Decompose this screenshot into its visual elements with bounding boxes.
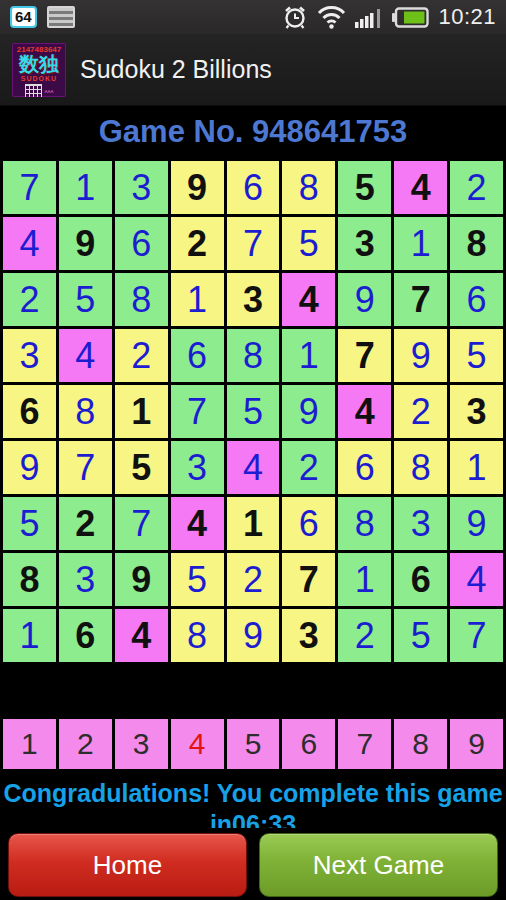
board-cell-r4c9[interactable]: 5: [450, 329, 503, 382]
app-icon-deco-text: ᴀᴀᴀ: [45, 88, 54, 94]
digit-key-3[interactable]: 3: [115, 719, 168, 769]
board-cell-r3c2[interactable]: 5: [59, 273, 112, 326]
wifi-icon: [317, 5, 346, 29]
board-cell-r8c8[interactable]: 6: [394, 553, 447, 606]
phone-screen: 64 10:21: [0, 0, 506, 900]
board-cell-r3c6[interactable]: 4: [282, 273, 335, 326]
board-cell-r3c8[interactable]: 7: [394, 273, 447, 326]
board-cell-r3c5[interactable]: 3: [227, 273, 280, 326]
board-cell-r1c1[interactable]: 7: [3, 161, 56, 214]
board-cell-r8c1[interactable]: 8: [3, 553, 56, 606]
board-cell-r2c4[interactable]: 2: [171, 217, 224, 270]
digit-selector-bar: 123456789: [0, 716, 506, 772]
board-cell-r4c7[interactable]: 7: [338, 329, 391, 382]
congrats-line1: Congradulations! You complete this game: [0, 778, 506, 809]
board-cell-r7c6[interactable]: 6: [282, 497, 335, 550]
board-cell-r4c5[interactable]: 8: [227, 329, 280, 382]
digit-key-9[interactable]: 9: [450, 719, 503, 769]
board-cell-r9c9[interactable]: 7: [450, 609, 503, 662]
board-cell-r8c5[interactable]: 2: [227, 553, 280, 606]
app-icon-minigrid-row: ᴀᴀᴀ: [25, 84, 54, 97]
home-button[interactable]: Home: [8, 833, 247, 897]
digit-key-6[interactable]: 6: [282, 719, 335, 769]
board-cell-r6c4[interactable]: 3: [171, 441, 224, 494]
board-cell-r3c3[interactable]: 8: [115, 273, 168, 326]
app-icon-kanji: 数独: [19, 54, 59, 75]
board-cell-r4c3[interactable]: 2: [115, 329, 168, 382]
app-bar: 2147483647 数独 SUDOKU ᴀᴀᴀ Sudoku 2 Billio…: [0, 34, 506, 106]
board-cell-r1c5[interactable]: 6: [227, 161, 280, 214]
board-cell-r1c9[interactable]: 2: [450, 161, 503, 214]
board-cell-r1c2[interactable]: 1: [59, 161, 112, 214]
board-cell-r5c3[interactable]: 1: [115, 385, 168, 438]
board-cell-r8c3[interactable]: 9: [115, 553, 168, 606]
board-cell-r6c5[interactable]: 4: [227, 441, 280, 494]
board-cell-r5c7[interactable]: 4: [338, 385, 391, 438]
board-cell-r1c8[interactable]: 4: [394, 161, 447, 214]
board-cell-r2c3[interactable]: 6: [115, 217, 168, 270]
board-cell-r6c3[interactable]: 5: [115, 441, 168, 494]
signal-strength-icon: [355, 5, 383, 29]
board-cell-r5c9[interactable]: 3: [450, 385, 503, 438]
board-cell-r2c9[interactable]: 8: [450, 217, 503, 270]
digit-key-1[interactable]: 1: [3, 719, 56, 769]
board-cell-r1c6[interactable]: 8: [282, 161, 335, 214]
digit-key-5[interactable]: 5: [227, 719, 280, 769]
battery-icon: [392, 7, 429, 28]
board-cell-r8c2[interactable]: 3: [59, 553, 112, 606]
board-cell-r7c8[interactable]: 3: [394, 497, 447, 550]
board-cell-r9c6[interactable]: 3: [282, 609, 335, 662]
board-cell-r6c9[interactable]: 1: [450, 441, 503, 494]
board-cell-r5c6[interactable]: 9: [282, 385, 335, 438]
board-cell-r2c8[interactable]: 1: [394, 217, 447, 270]
board-cell-r9c1[interactable]: 1: [3, 609, 56, 662]
digit-key-4[interactable]: 4: [171, 719, 224, 769]
board-cell-r9c3[interactable]: 4: [115, 609, 168, 662]
board-cell-r8c9[interactable]: 4: [450, 553, 503, 606]
board-cell-r5c4[interactable]: 7: [171, 385, 224, 438]
board-cell-r5c2[interactable]: 8: [59, 385, 112, 438]
board-cell-r6c6[interactable]: 2: [282, 441, 335, 494]
board-cell-r4c8[interactable]: 9: [394, 329, 447, 382]
digit-key-2[interactable]: 2: [59, 719, 112, 769]
board-cell-r3c1[interactable]: 2: [3, 273, 56, 326]
mini-sudoku-grid-icon: [25, 84, 42, 97]
board-cell-r8c4[interactable]: 5: [171, 553, 224, 606]
board-cell-r9c5[interactable]: 9: [227, 609, 280, 662]
app-icon-subtitle: SUDOKU: [21, 75, 57, 83]
board-cell-r5c5[interactable]: 5: [227, 385, 280, 438]
board-cell-r6c8[interactable]: 8: [394, 441, 447, 494]
board-cell-r7c2[interactable]: 2: [59, 497, 112, 550]
game-number-header: Game No. 948641753: [0, 106, 506, 158]
digit-key-7[interactable]: 7: [338, 719, 391, 769]
digit-key-8[interactable]: 8: [394, 719, 447, 769]
board-cell-r2c2[interactable]: 9: [59, 217, 112, 270]
board-cell-r9c2[interactable]: 6: [59, 609, 112, 662]
app-icon: 2147483647 数独 SUDOKU ᴀᴀᴀ: [12, 43, 66, 97]
sudoku-board: 7139685424962753182581349763426817956817…: [0, 158, 506, 665]
board-cell-r6c7[interactable]: 6: [338, 441, 391, 494]
board-cell-r2c1[interactable]: 4: [3, 217, 56, 270]
board-cell-r3c9[interactable]: 6: [450, 273, 503, 326]
board-cell-r7c9[interactable]: 9: [450, 497, 503, 550]
alarm-clock-icon: [282, 4, 308, 30]
board-cell-r9c8[interactable]: 5: [394, 609, 447, 662]
board-cell-r9c7[interactable]: 2: [338, 609, 391, 662]
board-cell-r6c2[interactable]: 7: [59, 441, 112, 494]
clock-time: 10:21: [438, 4, 496, 30]
board-cell-r2c6[interactable]: 5: [282, 217, 335, 270]
status-bar: 64 10:21: [0, 0, 506, 34]
board-cell-r4c1[interactable]: 3: [3, 329, 56, 382]
board-cell-r2c7[interactable]: 3: [338, 217, 391, 270]
board-cell-r8c6[interactable]: 7: [282, 553, 335, 606]
gallery-icon: [47, 6, 75, 28]
board-cell-r7c5[interactable]: 1: [227, 497, 280, 550]
board-cell-r8c7[interactable]: 1: [338, 553, 391, 606]
board-cell-r5c1[interactable]: 6: [3, 385, 56, 438]
board-cell-r9c4[interactable]: 8: [171, 609, 224, 662]
app-title: Sudoku 2 Billions: [80, 55, 272, 84]
board-cell-r1c7[interactable]: 5: [338, 161, 391, 214]
board-cell-r4c2[interactable]: 4: [59, 329, 112, 382]
board-cell-r2c5[interactable]: 7: [227, 217, 280, 270]
board-cell-r3c7[interactable]: 9: [338, 273, 391, 326]
board-cell-r7c3[interactable]: 7: [115, 497, 168, 550]
board-cell-r3c4[interactable]: 1: [171, 273, 224, 326]
board-cell-r5c8[interactable]: 2: [394, 385, 447, 438]
board-cell-r7c4[interactable]: 4: [171, 497, 224, 550]
next-game-button[interactable]: Next Game: [259, 833, 498, 897]
board-cell-r4c6[interactable]: 1: [282, 329, 335, 382]
board-cell-r7c7[interactable]: 8: [338, 497, 391, 550]
board-cell-r4c4[interactable]: 6: [171, 329, 224, 382]
bottom-button-bar: Home Next Game: [0, 828, 506, 900]
board-cell-r1c4[interactable]: 9: [171, 161, 224, 214]
notification-badge-64: 64: [10, 6, 37, 28]
board-cell-r6c1[interactable]: 9: [3, 441, 56, 494]
board-cell-r1c3[interactable]: 3: [115, 161, 168, 214]
board-cell-r7c1[interactable]: 5: [3, 497, 56, 550]
